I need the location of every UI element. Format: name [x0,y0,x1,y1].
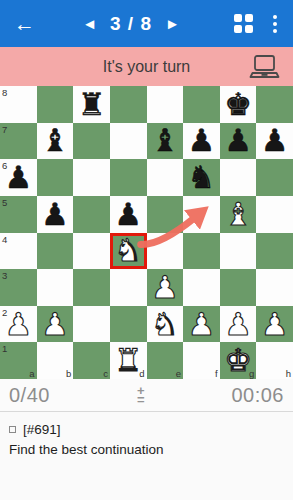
square-b2[interactable]: ♟ [37,306,74,343]
piece-white-pawn: ♟ [4,309,32,340]
piece-white-pawn: ♟ [261,309,289,340]
piece-white-pawn: ♟ [41,309,69,340]
piece-white-pawn: ♟ [188,309,216,340]
rank-label-2: 2 [2,307,7,318]
file-label-f: f [215,368,218,379]
square-b7[interactable]: ♝ [37,123,74,160]
laptop-icon[interactable] [248,54,281,84]
task-header: [#691] [9,422,284,437]
square-a6[interactable]: ♟6 [0,159,37,196]
square-c4[interactable] [73,233,110,270]
rank-label-3: 3 [2,270,7,281]
square-a7[interactable]: 7 [0,123,37,160]
square-g6[interactable] [220,159,257,196]
board-grid: 8♜♚7♝♝♟♟♟♟6♞5♟♟♝4♞3♟♟2♟♞♟♟♟1abc♜def♚gh [0,86,293,379]
square-f5[interactable] [183,196,220,233]
square-e7[interactable]: ♝ [147,123,184,160]
square-g2[interactable]: ♟ [220,306,257,343]
file-label-d: d [139,368,144,379]
piece-white-pawn: ♟ [224,309,252,340]
square-b8[interactable] [37,86,74,123]
eval-equals: = [137,393,145,406]
file-label-h: h [286,368,291,379]
square-g8[interactable]: ♚ [220,86,257,123]
timer: 00:06 [231,384,284,407]
square-c1[interactable]: c [73,342,110,379]
square-b5[interactable]: ♟ [37,196,74,233]
square-d5[interactable]: ♟ [110,196,147,233]
turn-banner-text: It's your turn [103,58,191,76]
square-g4[interactable] [220,233,257,270]
square-a2[interactable]: ♟2 [0,306,37,343]
square-e5[interactable] [147,196,184,233]
square-d8[interactable] [110,86,147,123]
square-h6[interactable] [256,159,293,196]
piece-black-pawn: ♟ [4,162,32,193]
arrow-left-icon: ← [14,12,35,35]
square-d6[interactable] [110,159,147,196]
square-a8[interactable]: 8 [0,86,37,123]
square-d3[interactable] [110,269,147,306]
square-d7[interactable] [110,123,147,160]
square-a5[interactable]: 5 [0,196,37,233]
piece-black-pawn: ♟ [224,125,252,156]
rank-label-7: 7 [2,124,7,135]
piece-black-pawn: ♟ [261,125,289,156]
square-d1[interactable]: ♜d [110,342,147,379]
rank-label-1: 1 [2,343,7,354]
square-h7[interactable]: ♟ [256,123,293,160]
square-b4[interactable] [37,233,74,270]
piece-white-bishop: ♝ [224,199,252,230]
triangle-left-icon: ◄ [82,15,97,32]
piece-black-bishop: ♝ [151,125,179,156]
square-g3[interactable] [220,269,257,306]
square-c2[interactable] [73,306,110,343]
square-a4[interactable]: 4 [0,233,37,270]
square-f3[interactable] [183,269,220,306]
square-h1[interactable]: h [256,342,293,379]
square-b3[interactable] [37,269,74,306]
puzzle-id: [#691] [23,422,61,437]
square-h3[interactable] [256,269,293,306]
evaluation-button[interactable]: + = [137,384,145,406]
square-a3[interactable]: 3 [0,269,37,306]
square-bullet-icon [9,426,16,433]
rank-label-8: 8 [2,87,7,98]
square-h2[interactable]: ♟ [256,306,293,343]
square-b6[interactable] [37,159,74,196]
square-h8[interactable] [256,86,293,123]
square-e4[interactable] [147,233,184,270]
triangle-right-icon: ► [165,15,180,32]
file-label-c: c [103,368,108,379]
score-counter: 0/40 [9,384,50,407]
square-b1[interactable]: b [37,342,74,379]
square-f7[interactable]: ♟ [183,123,220,160]
square-f8[interactable] [183,86,220,123]
piece-black-pawn: ♟ [41,199,69,230]
turn-banner: It's your turn [0,47,293,86]
piece-white-rook: ♜ [114,345,142,376]
piece-white-pawn: ♟ [151,272,179,303]
square-c7[interactable] [73,123,110,160]
file-label-b: b [66,368,71,379]
square-f6[interactable]: ♞ [183,159,220,196]
square-f2[interactable]: ♟ [183,306,220,343]
square-g1[interactable]: ♚g [220,342,257,379]
header-actions [234,13,289,35]
square-e2[interactable]: ♞ [147,306,184,343]
square-h4[interactable] [256,233,293,270]
piece-white-knight: ♞ [114,235,142,266]
piece-black-knight: ♞ [188,162,216,193]
back-button[interactable]: ← [4,12,56,36]
square-d2[interactable] [110,306,147,343]
piece-black-rook: ♜ [78,89,106,120]
square-e3[interactable]: ♟ [147,269,184,306]
file-label-a: a [29,368,34,379]
square-g7[interactable]: ♟ [220,123,257,160]
overflow-menu-button[interactable] [271,13,279,35]
square-c8[interactable]: ♜ [73,86,110,123]
square-c5[interactable] [73,196,110,233]
file-label-e: e [176,368,181,379]
square-e6[interactable] [147,159,184,196]
chess-board: 8♜♚7♝♝♟♟♟♟6♞5♟♟♝4♞3♟♟2♟♞♟♟♟1abc♜def♚gh [0,86,293,379]
piece-black-bishop: ♝ [41,125,69,156]
previous-puzzle-button[interactable]: ◄ [82,16,97,31]
app-header: ← ◄ 3 / 8 ► [0,0,293,47]
task-panel: [#691] Find the best continuation [0,412,293,467]
square-e8[interactable] [147,86,184,123]
square-h5[interactable] [256,196,293,233]
square-d4[interactable]: ♞ [110,233,147,270]
task-instruction: Find the best continuation [9,442,284,457]
piece-black-pawn: ♟ [114,199,142,230]
square-g5[interactable]: ♝ [220,196,257,233]
square-a1[interactable]: 1a [0,342,37,379]
rank-label-6: 6 [2,160,7,171]
rank-label-5: 5 [2,197,7,208]
square-c6[interactable] [73,159,110,196]
grid-view-button[interactable] [234,14,253,33]
square-e1[interactable]: e [147,342,184,379]
next-puzzle-button[interactable]: ► [165,16,180,31]
piece-black-king: ♚ [224,89,252,120]
square-f4[interactable] [183,233,220,270]
puzzle-navigation: ◄ 3 / 8 ► [56,13,206,35]
file-label-g: g [249,368,254,379]
puzzle-counter: 3 / 8 [110,13,152,35]
piece-white-knight: ♞ [151,309,179,340]
rank-label-4: 4 [2,234,7,245]
piece-black-pawn: ♟ [188,125,216,156]
piece-white-king: ♚ [224,345,252,376]
status-bar: 0/40 + = 00:06 [0,379,293,412]
square-f1[interactable]: f [183,342,220,379]
square-c3[interactable] [73,269,110,306]
